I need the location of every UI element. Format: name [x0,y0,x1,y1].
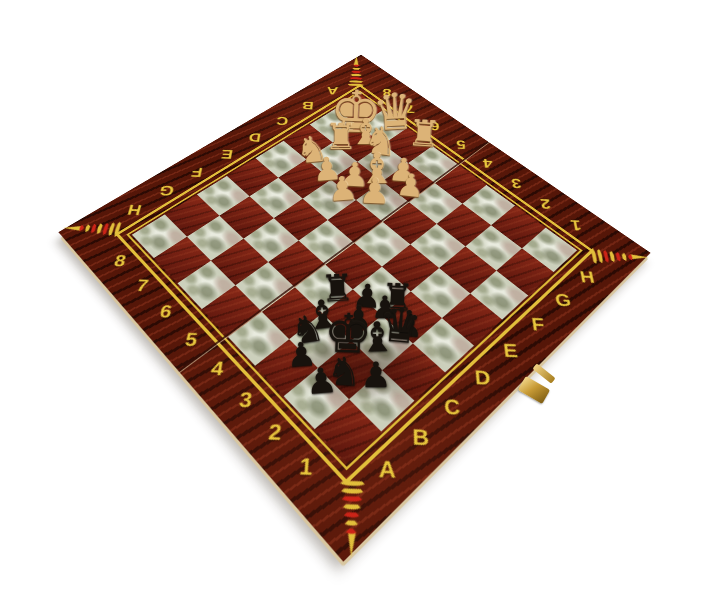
square-r3c7[interactable] [442,293,502,345]
square-r6c2[interactable] [211,239,268,286]
coord-label-ne-1: 1 [564,216,589,233]
white-pawn-12[interactable]: ♟ [356,173,392,209]
coord-label-se-A: A [373,456,401,484]
photo-canvas: ABCDEFGH8765432187654321HGFEDCBA ♞♜♚♛♜♝♞… [0,0,714,600]
clasp-hook-icon [532,363,555,383]
coord-label-sw-1: 1 [291,453,320,481]
square-r7c2[interactable] [177,260,236,309]
coord-label-sw-7: 7 [128,276,156,296]
coord-label-se-B: B [407,425,434,452]
chevron-arc-icon [339,476,368,487]
chevron-arc-icon [341,491,366,502]
coord-label-se-C: C [439,395,466,420]
coord-label-se-G: G [550,290,577,311]
square-r2c6[interactable] [439,246,496,293]
square-r7c7[interactable] [314,399,381,464]
chevron-arc-icon [342,507,362,518]
coord-label-nw-E: E [216,147,239,162]
chevron-arc-icon [611,250,622,262]
coord-label-ne-4: 4 [477,156,499,171]
square-r5c3[interactable] [268,241,325,288]
chevron-arc-icon [617,251,628,262]
square-r6c3[interactable] [236,262,295,311]
black-pawn-13[interactable]: ♟ [359,358,394,393]
coord-label-sw-8: 8 [106,251,134,270]
coord-label-ne-3: 3 [505,175,528,191]
coord-label-ne-2: 2 [534,195,558,212]
chevron-spear-icon [631,254,649,259]
coord-label-nw-F: F [186,164,210,180]
white-pawn-11[interactable]: ♟ [324,171,360,207]
coord-label-nw-H: H [121,201,147,218]
clasp-plate-icon [518,376,550,404]
coord-label-se-D: D [469,366,496,390]
chevron-arc-icon [345,523,360,535]
square-r1c7[interactable] [496,248,553,295]
brass-clasp[interactable] [514,366,560,410]
chevron-arc-icon [340,483,367,494]
coord-label-nw-G: G [154,182,179,198]
chevron-arc-icon [623,252,633,261]
square-r7c3[interactable] [202,285,262,337]
coord-label-sw-2: 2 [260,420,289,447]
square-r2c7[interactable] [470,270,529,319]
coord-label-ne-5: 5 [451,137,472,152]
chevron-dart-right-icon [588,245,652,268]
coord-label-sw-3: 3 [231,388,260,413]
coord-label-se-E: E [497,340,524,363]
coord-label-nw-C: C [272,114,293,128]
chevron-arc-icon [342,499,364,510]
coord-label-se-H: H [574,268,601,288]
white-rook-4[interactable]: ♜ [405,115,443,153]
square-r7c4[interactable] [228,311,290,365]
square-r7c1[interactable] [154,237,211,283]
coord-label-sw-4: 4 [203,357,232,381]
coord-label-sw-6: 6 [152,302,180,323]
coord-label-sw-5: 5 [177,329,206,351]
coord-label-nw-D: D [244,130,266,144]
coord-label-se-F: F [524,314,551,336]
chevron-dart-bottom-icon [334,478,370,558]
white-pawn-13[interactable]: ♟ [393,168,427,202]
black-pawn-14[interactable]: ♟ [302,363,340,401]
coord-label-nw-B: B [298,99,318,112]
chevron-dart-left-icon [60,218,124,240]
chevron-arc-icon [344,515,361,526]
